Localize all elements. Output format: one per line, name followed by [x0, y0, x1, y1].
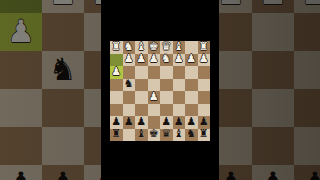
black-pawn: ♟	[136, 116, 146, 127]
square-d5[interactable]	[160, 91, 173, 104]
square-f8[interactable]: ♝	[135, 129, 148, 142]
white-pawn: ♟	[149, 53, 159, 64]
square-e3[interactable]	[148, 66, 161, 79]
black-bishop: ♝	[174, 128, 184, 139]
square-g7[interactable]: ♟	[123, 116, 136, 129]
black-knight: ♞	[124, 78, 134, 89]
black-pawn: ♟	[174, 116, 184, 127]
square-c8[interactable]: ♝	[173, 129, 186, 142]
square-h5[interactable]	[110, 91, 123, 104]
black-pawn: ♟	[186, 116, 196, 127]
square-e5[interactable]: ♟	[148, 91, 161, 104]
white-pawn: ♟	[124, 53, 134, 64]
white-rook: ♜	[111, 41, 121, 52]
square-f5[interactable]	[135, 91, 148, 104]
black-queen: ♛	[161, 128, 171, 139]
square-c2[interactable]: ♟	[173, 54, 186, 67]
white-knight: ♞	[124, 41, 134, 52]
square-f2[interactable]: ♟	[135, 54, 148, 67]
black-rook: ♜	[111, 128, 121, 139]
square-a4[interactable]	[198, 79, 211, 92]
black-pawn: ♟	[111, 116, 121, 127]
square-b3[interactable]	[185, 66, 198, 79]
square-f3[interactable]	[135, 66, 148, 79]
square-h3[interactable]: ♟	[110, 66, 123, 79]
square-h4[interactable]	[110, 79, 123, 92]
white-pawn: ♟	[136, 53, 146, 64]
square-d2[interactable]: ♞	[160, 54, 173, 67]
black-pawn: ♟	[199, 116, 209, 127]
video-frame: ♜♞♝♚♛♝♜♟♟♟♞♟♟♟♟♞♟♟♟♟♟♟♟♟♜♝♚♛♝♞♜ ♜♞♝♚♛♝♜♟…	[0, 0, 320, 180]
square-b8[interactable]: ♞	[185, 129, 198, 142]
square-e2[interactable]: ♟	[148, 54, 161, 67]
square-f4[interactable]	[135, 79, 148, 92]
black-king: ♚	[149, 128, 159, 139]
black-bishop: ♝	[136, 128, 146, 139]
square-g2[interactable]: ♟	[123, 54, 136, 67]
square-d3[interactable]	[160, 66, 173, 79]
white-pawn: ♟	[111, 66, 121, 77]
square-c3[interactable]	[173, 66, 186, 79]
square-b4[interactable]	[185, 79, 198, 92]
black-pawn: ♟	[124, 116, 134, 127]
square-a2[interactable]: ♟	[198, 54, 211, 67]
black-pawn: ♟	[161, 116, 171, 127]
square-h1[interactable]: ♜	[110, 41, 123, 54]
square-e8[interactable]: ♚	[148, 129, 161, 142]
white-bishop: ♝	[174, 41, 184, 52]
black-rook: ♜	[199, 128, 209, 139]
square-g4[interactable]: ♞	[123, 79, 136, 92]
square-a3[interactable]	[198, 66, 211, 79]
square-h8[interactable]: ♜	[110, 129, 123, 142]
white-pawn: ♟	[149, 91, 159, 102]
black-knight: ♞	[186, 128, 196, 139]
square-a5[interactable]	[198, 91, 211, 104]
white-queen: ♛	[161, 41, 171, 52]
square-c5[interactable]	[173, 91, 186, 104]
white-bishop: ♝	[136, 41, 146, 52]
square-a8[interactable]: ♜	[198, 129, 211, 142]
white-king: ♚	[149, 41, 159, 52]
square-b5[interactable]	[185, 91, 198, 104]
chess-board: ♜♞♝♚♛♝♜♟♟♟♞♟♟♟♟♞♟♟♟♟♟♟♟♟♜♝♚♛♝♞♜	[110, 41, 210, 141]
square-g5[interactable]	[123, 91, 136, 104]
square-c4[interactable]	[173, 79, 186, 92]
square-e6[interactable]	[148, 104, 161, 117]
square-g8[interactable]	[123, 129, 136, 142]
white-knight: ♞	[161, 53, 171, 64]
white-pawn: ♟	[199, 53, 209, 64]
white-pawn: ♟	[186, 53, 196, 64]
square-d4[interactable]	[160, 79, 173, 92]
square-b2[interactable]: ♟	[185, 54, 198, 67]
white-pawn: ♟	[174, 53, 184, 64]
white-rook: ♜	[199, 41, 209, 52]
square-d8[interactable]: ♛	[160, 129, 173, 142]
